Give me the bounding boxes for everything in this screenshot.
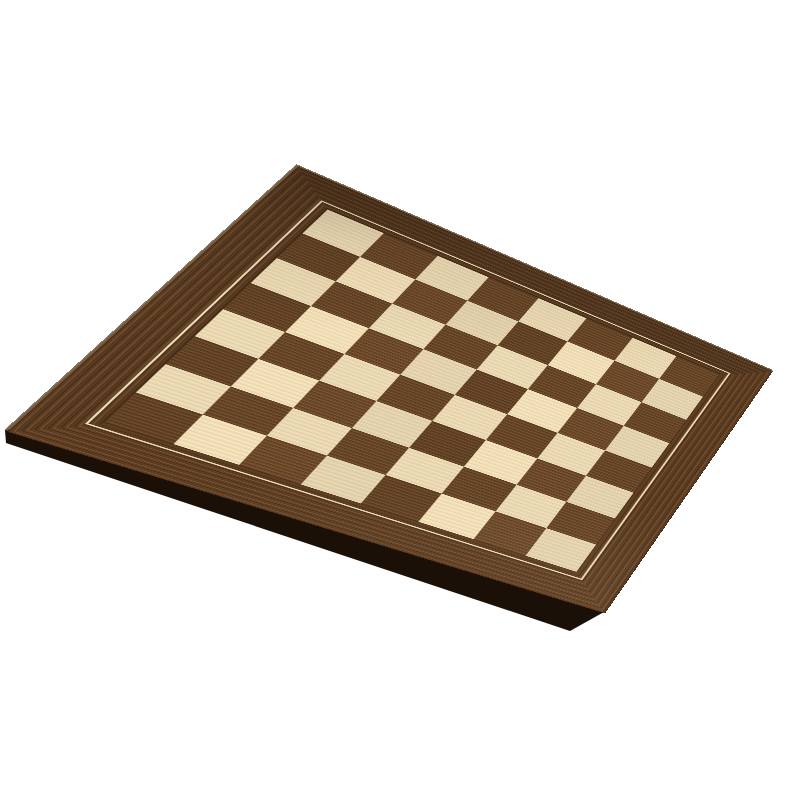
product-photo-scene [0, 0, 800, 800]
